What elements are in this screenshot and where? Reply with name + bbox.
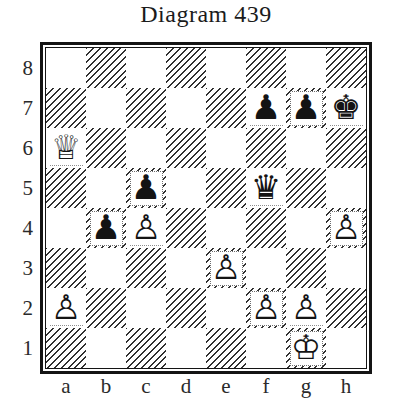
square-a5 xyxy=(46,168,86,208)
square-f1 xyxy=(246,328,286,368)
rank-label-1: 1 xyxy=(0,328,33,368)
square-h5 xyxy=(326,168,366,208)
square-b8 xyxy=(86,48,126,88)
square-g2: ♙ xyxy=(286,288,326,328)
square-b2 xyxy=(86,288,126,328)
square-d4 xyxy=(166,208,206,248)
square-c4: ♙ xyxy=(126,208,166,248)
diagram-title: Diagram 439 xyxy=(40,1,372,28)
square-g7: ♟ xyxy=(286,88,326,128)
rank-label-4: 4 xyxy=(0,208,33,248)
square-e6 xyxy=(206,128,246,168)
square-h2 xyxy=(326,288,366,328)
square-c5: ♟ xyxy=(126,168,166,208)
square-f2: ♙ xyxy=(246,288,286,328)
square-c7 xyxy=(126,88,166,128)
piece-white-pawn-f2: ♙ xyxy=(251,290,281,324)
square-d7 xyxy=(166,88,206,128)
square-g1: ♔ xyxy=(286,328,326,368)
square-f7: ♟ xyxy=(246,88,286,128)
square-c8 xyxy=(126,48,166,88)
square-e2 xyxy=(206,288,246,328)
square-d8 xyxy=(166,48,206,88)
square-d1 xyxy=(166,328,206,368)
file-label-f: f xyxy=(246,374,286,398)
square-h1 xyxy=(326,328,366,368)
square-f3 xyxy=(246,248,286,288)
square-a8 xyxy=(46,48,86,88)
square-f6 xyxy=(246,128,286,168)
square-f5: ♛ xyxy=(246,168,286,208)
file-label-d: d xyxy=(166,374,206,398)
square-c6 xyxy=(126,128,166,168)
square-f4 xyxy=(246,208,286,248)
piece-box-f7: ♟ xyxy=(250,91,283,126)
square-d6 xyxy=(166,128,206,168)
piece-black-king-h7: ♚ xyxy=(331,90,361,124)
piece-white-pawn-c4: ♙ xyxy=(131,210,161,244)
file-label-a: a xyxy=(46,374,86,398)
rank-label-6: 6 xyxy=(0,128,33,168)
piece-box-g2: ♙ xyxy=(290,291,323,326)
square-a2: ♙ xyxy=(46,288,86,328)
piece-black-pawn-g7: ♟ xyxy=(291,90,321,124)
rank-label-5: 5 xyxy=(0,168,33,208)
square-d2 xyxy=(166,288,206,328)
piece-white-pawn-h4: ♙ xyxy=(331,210,361,244)
piece-white-pawn-a2: ♙ xyxy=(51,290,81,324)
square-c3 xyxy=(126,248,166,288)
square-h6 xyxy=(326,128,366,168)
square-d5 xyxy=(166,168,206,208)
piece-black-pawn-c5: ♟ xyxy=(131,170,161,204)
file-label-c: c xyxy=(126,374,166,398)
board-frame: ♟♟♚♕♟♛♟♙♙♙♙♙♙♔ xyxy=(40,42,372,374)
square-a4 xyxy=(46,208,86,248)
piece-white-king-g1: ♔ xyxy=(291,330,321,364)
piece-box-h4: ♙ xyxy=(330,211,363,246)
piece-box-a6: ♕ xyxy=(50,131,83,166)
square-b6 xyxy=(86,128,126,168)
square-h4: ♙ xyxy=(326,208,366,248)
square-b7 xyxy=(86,88,126,128)
rank-label-8: 8 xyxy=(0,48,33,88)
piece-box-e3: ♙ xyxy=(210,251,243,286)
square-g3 xyxy=(286,248,326,288)
piece-white-pawn-e3: ♙ xyxy=(211,250,241,284)
square-a3 xyxy=(46,248,86,288)
square-g4 xyxy=(286,208,326,248)
square-g6 xyxy=(286,128,326,168)
square-b1 xyxy=(86,328,126,368)
piece-box-g1: ♔ xyxy=(290,331,323,366)
piece-box-c5: ♟ xyxy=(130,171,163,206)
piece-box-a2: ♙ xyxy=(50,291,83,326)
file-label-g: g xyxy=(286,374,326,398)
piece-white-pawn-g2: ♙ xyxy=(291,290,321,324)
square-e5 xyxy=(206,168,246,208)
rank-label-7: 7 xyxy=(0,88,33,128)
square-h3 xyxy=(326,248,366,288)
board: ♟♟♚♕♟♛♟♙♙♙♙♙♙♔ xyxy=(46,48,366,368)
piece-box-h7: ♚ xyxy=(330,91,363,126)
square-b3 xyxy=(86,248,126,288)
file-label-h: h xyxy=(326,374,366,398)
file-label-e: e xyxy=(206,374,246,398)
square-e3: ♙ xyxy=(206,248,246,288)
square-a7 xyxy=(46,88,86,128)
piece-box-f5: ♛ xyxy=(250,171,283,206)
piece-black-pawn-b4: ♟ xyxy=(91,210,121,244)
square-e7 xyxy=(206,88,246,128)
piece-white-queen-a6: ♕ xyxy=(51,130,81,164)
square-e8 xyxy=(206,48,246,88)
piece-black-queen-f5: ♛ xyxy=(251,170,281,204)
diagram-page: Diagram 439 ♟♟♚♕♟♛♟♙♙♙♙♙♙♔ 87654321 abcd… xyxy=(0,0,400,400)
piece-box-b4: ♟ xyxy=(90,211,123,246)
square-g8 xyxy=(286,48,326,88)
square-f8 xyxy=(246,48,286,88)
file-label-b: b xyxy=(86,374,126,398)
square-h7: ♚ xyxy=(326,88,366,128)
square-d3 xyxy=(166,248,206,288)
piece-box-c4: ♙ xyxy=(130,211,163,246)
square-c1 xyxy=(126,328,166,368)
square-e4 xyxy=(206,208,246,248)
square-h8 xyxy=(326,48,366,88)
rank-label-2: 2 xyxy=(0,288,33,328)
square-c2 xyxy=(126,288,166,328)
piece-box-g7: ♟ xyxy=(290,91,323,126)
board-inner-frame: ♟♟♚♕♟♛♟♙♙♙♙♙♙♔ xyxy=(45,47,367,369)
piece-black-pawn-f7: ♟ xyxy=(251,90,281,124)
rank-label-3: 3 xyxy=(0,248,33,288)
square-b5 xyxy=(86,168,126,208)
square-a6: ♕ xyxy=(46,128,86,168)
piece-box-f2: ♙ xyxy=(250,291,283,326)
square-a1 xyxy=(46,328,86,368)
square-g5 xyxy=(286,168,326,208)
square-e1 xyxy=(206,328,246,368)
square-b4: ♟ xyxy=(86,208,126,248)
